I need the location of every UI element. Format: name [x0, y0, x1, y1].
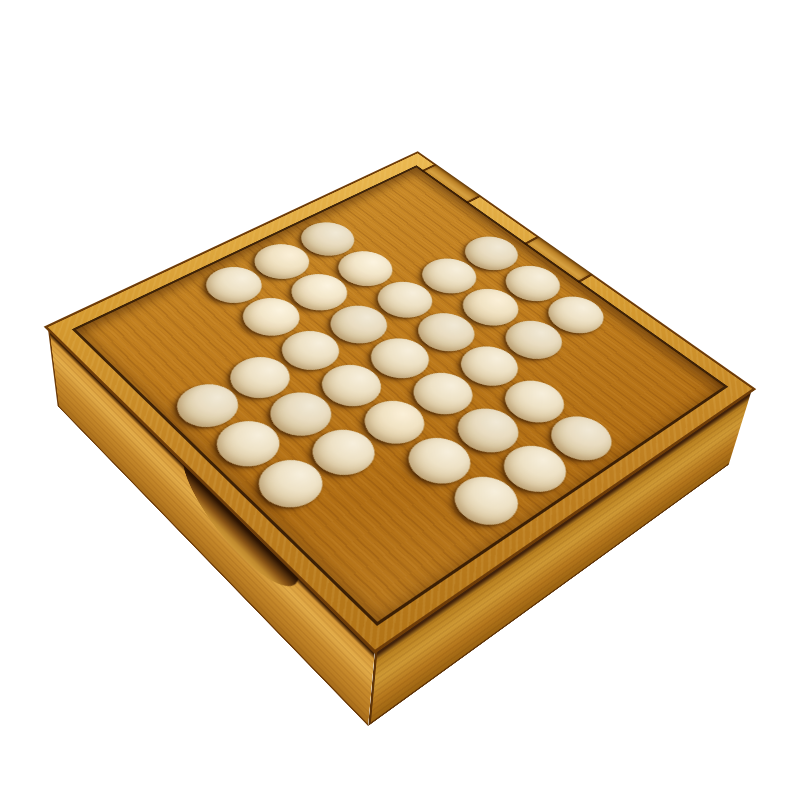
peg-ball[interactable] [401, 365, 484, 423]
peg-ball[interactable] [493, 372, 576, 431]
board-cell-r7c6 [285, 488, 386, 565]
board-cell-r7c3 [161, 373, 255, 439]
peg-ball[interactable] [310, 357, 393, 415]
peg-ball[interactable] [165, 376, 250, 436]
board-cell-r4c6 [441, 397, 535, 464]
solitaire-box [48, 153, 752, 649]
board-cell-r7c2 [123, 338, 214, 401]
board-cell-r6c7 [385, 496, 486, 574]
peg-ball[interactable] [396, 429, 483, 493]
board-cell-r5c7 [438, 464, 536, 538]
board-cell-r7c7 [330, 530, 433, 611]
peg-ball[interactable] [492, 437, 579, 501]
board-cell-r5c6 [392, 426, 488, 496]
peg-ball[interactable] [258, 384, 343, 445]
box-rim [48, 153, 752, 649]
board-cell-r3c7 [535, 405, 629, 473]
board-cell-r6c6 [339, 456, 437, 530]
board-cell-r6c4 [254, 381, 348, 447]
game-board [76, 167, 724, 621]
peg-ball[interactable] [300, 421, 387, 485]
peg-ball[interactable] [442, 468, 531, 535]
peg-ball[interactable] [219, 349, 302, 407]
board-cell-r4c5 [397, 362, 488, 426]
board-cell-r5c5 [348, 389, 442, 456]
board-cell-r6c3 [215, 346, 306, 409]
board-cell-r5c4 [306, 354, 397, 418]
board-cell-r6c5 [296, 418, 392, 488]
peg-ball[interactable] [539, 408, 624, 470]
peg-ball[interactable] [352, 392, 437, 453]
board-cell-r2c7 [580, 378, 671, 443]
peg-ball[interactable] [204, 413, 291, 476]
board-cell-r7c4 [200, 410, 296, 480]
peg-ball[interactable] [445, 400, 530, 461]
board-grid [87, 173, 713, 611]
peg-ball[interactable] [246, 451, 335, 518]
scene [0, 0, 800, 800]
board-cell-r4c7 [487, 434, 583, 505]
board-cell-r3c6 [489, 370, 580, 434]
board-cell-r7c5 [241, 448, 339, 521]
